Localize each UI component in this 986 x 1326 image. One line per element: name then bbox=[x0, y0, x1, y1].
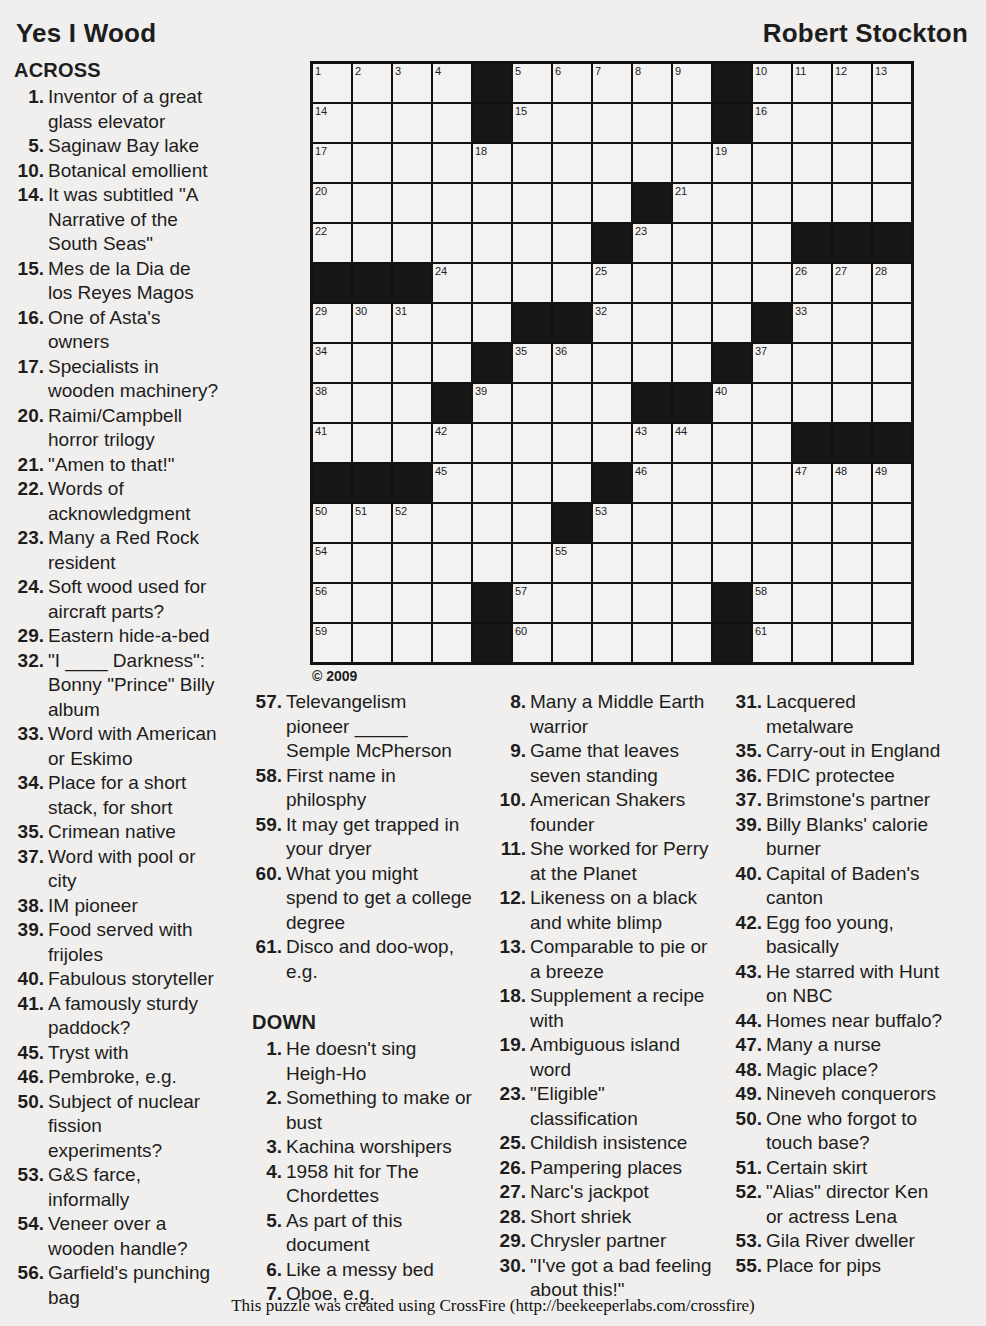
grid-cell[interactable] bbox=[433, 624, 471, 662]
grid-cell[interactable]: 31 bbox=[393, 304, 431, 342]
clue-number: 14. bbox=[14, 183, 48, 208]
grid-cell[interactable]: 23 bbox=[633, 224, 671, 262]
grid-cell[interactable]: 32 bbox=[593, 304, 631, 342]
grid-cell[interactable]: 15 bbox=[513, 104, 551, 142]
grid-cell[interactable] bbox=[553, 464, 591, 502]
grid-cell[interactable]: 24 bbox=[433, 264, 471, 302]
grid-cell[interactable] bbox=[673, 464, 711, 502]
grid-cell[interactable] bbox=[513, 544, 551, 582]
grid-cell[interactable] bbox=[793, 384, 831, 422]
grid-cell[interactable] bbox=[793, 584, 831, 622]
clue-text: A famously sturdy paddock? bbox=[48, 992, 220, 1041]
cell-number: 9 bbox=[675, 65, 681, 77]
grid-cell[interactable] bbox=[433, 504, 471, 542]
grid-cell[interactable] bbox=[553, 264, 591, 302]
clue-number: 61. bbox=[252, 935, 286, 960]
clue-across-60: 60.What you might spend to get a college… bbox=[252, 862, 484, 936]
grid-cell[interactable] bbox=[873, 384, 911, 422]
grid-cell[interactable] bbox=[633, 344, 671, 382]
cell-number: 15 bbox=[515, 105, 527, 117]
clue-across-46: 46.Pembroke, e.g. bbox=[14, 1065, 244, 1090]
grid-cell[interactable]: 22 bbox=[313, 224, 351, 262]
grid-cell[interactable] bbox=[553, 184, 591, 222]
grid-cell[interactable] bbox=[353, 384, 391, 422]
grid-cell[interactable] bbox=[633, 624, 671, 662]
cell-number: 22 bbox=[315, 225, 327, 237]
grid-cell[interactable] bbox=[513, 144, 551, 182]
grid-cell[interactable]: 19 bbox=[713, 144, 751, 182]
clue-text: "Amen to that!" bbox=[48, 453, 220, 478]
grid-cell[interactable] bbox=[753, 384, 791, 422]
cell-number: 56 bbox=[315, 585, 327, 597]
grid-cell[interactable]: 55 bbox=[553, 544, 591, 582]
grid-cell[interactable]: 13 bbox=[873, 64, 911, 102]
clue-text: Words of acknowledgment bbox=[48, 477, 220, 526]
grid-cell[interactable] bbox=[473, 464, 511, 502]
grid-cell[interactable] bbox=[353, 144, 391, 182]
clue-text: Many a nurse bbox=[766, 1033, 944, 1058]
grid-cell[interactable] bbox=[513, 504, 551, 542]
grid-cell[interactable] bbox=[473, 424, 511, 462]
grid-cell[interactable] bbox=[873, 144, 911, 182]
grid-cell[interactable] bbox=[393, 424, 431, 462]
clue-number: 54. bbox=[14, 1212, 48, 1237]
grid-cell[interactable] bbox=[353, 544, 391, 582]
clue-number: 28. bbox=[496, 1205, 530, 1230]
grid-cell[interactable] bbox=[353, 104, 391, 142]
clue-across-29: 29.Eastern hide-a-bed bbox=[14, 624, 244, 649]
grid-cell[interactable]: 51 bbox=[353, 504, 391, 542]
grid-cell[interactable] bbox=[393, 224, 431, 262]
grid-cell[interactable] bbox=[713, 424, 751, 462]
grid-cell[interactable] bbox=[713, 304, 751, 342]
clue-across-38: 38.IM pioneer bbox=[14, 894, 244, 919]
grid-cell[interactable] bbox=[873, 344, 911, 382]
grid-cell[interactable] bbox=[873, 104, 911, 142]
grid-cell[interactable] bbox=[793, 544, 831, 582]
grid-cell[interactable] bbox=[633, 104, 671, 142]
grid-cell[interactable] bbox=[673, 584, 711, 622]
grid-cell[interactable] bbox=[793, 344, 831, 382]
clue-text: Botanical emollient bbox=[48, 159, 220, 184]
grid-cell[interactable]: 14 bbox=[313, 104, 351, 142]
clue-number: 51. bbox=[732, 1156, 766, 1181]
grid-cell[interactable] bbox=[353, 224, 391, 262]
grid-cell[interactable] bbox=[433, 104, 471, 142]
grid-cell[interactable] bbox=[713, 184, 751, 222]
clue-text: Nineveh conquerors bbox=[766, 1082, 944, 1107]
grid-cell[interactable]: 47 bbox=[793, 464, 831, 502]
grid-cell[interactable] bbox=[593, 344, 631, 382]
grid-cell[interactable] bbox=[713, 504, 751, 542]
grid-cell[interactable] bbox=[553, 104, 591, 142]
grid-cell[interactable]: 2 bbox=[353, 64, 391, 102]
grid-cell[interactable] bbox=[393, 584, 431, 622]
grid-cell[interactable] bbox=[673, 544, 711, 582]
cell-number: 27 bbox=[835, 265, 847, 277]
grid-cell[interactable] bbox=[553, 224, 591, 262]
black-cell bbox=[553, 504, 591, 542]
grid-cell[interactable] bbox=[873, 184, 911, 222]
grid-cell[interactable]: 52 bbox=[393, 504, 431, 542]
grid-cell[interactable]: 28 bbox=[873, 264, 911, 302]
clue-number: 39. bbox=[14, 918, 48, 943]
clue-text: What you might spend to get a college de… bbox=[286, 862, 472, 936]
clue-text: She worked for Perry at the Planet bbox=[530, 837, 712, 886]
across-clue-list-tail: 57.Televangelism pioneer _____ Semple Mc… bbox=[252, 690, 484, 984]
grid-cell[interactable] bbox=[393, 544, 431, 582]
grid-cell[interactable] bbox=[793, 504, 831, 542]
grid-cell[interactable] bbox=[553, 624, 591, 662]
clue-down-35: 35.Carry-out in England bbox=[732, 739, 966, 764]
clue-text: Word with American or Eskimo bbox=[48, 722, 220, 771]
grid-cell[interactable] bbox=[353, 424, 391, 462]
clue-number: 4. bbox=[252, 1160, 286, 1185]
clue-number: 10. bbox=[14, 159, 48, 184]
clue-text: One of Asta's owners bbox=[48, 306, 220, 355]
grid-cell[interactable]: 59 bbox=[313, 624, 351, 662]
black-cell bbox=[713, 584, 751, 622]
grid-cell[interactable] bbox=[833, 384, 871, 422]
grid-cell[interactable] bbox=[433, 344, 471, 382]
grid-cell[interactable]: 4 bbox=[433, 64, 471, 102]
grid-cell[interactable] bbox=[433, 584, 471, 622]
clue-text: Place for a short stack, for short bbox=[48, 771, 220, 820]
grid-cell[interactable] bbox=[753, 144, 791, 182]
grid-cell[interactable] bbox=[873, 504, 911, 542]
clue-down-50: 50.One who forgot to touch base? bbox=[732, 1107, 966, 1156]
grid-cell[interactable]: 16 bbox=[753, 104, 791, 142]
grid-cell[interactable]: 26 bbox=[793, 264, 831, 302]
grid-cell[interactable] bbox=[353, 624, 391, 662]
black-cell bbox=[473, 64, 511, 102]
grid-cell[interactable] bbox=[633, 304, 671, 342]
grid-cell[interactable] bbox=[753, 224, 791, 262]
grid-cell[interactable] bbox=[393, 344, 431, 382]
grid-cell[interactable]: 3 bbox=[393, 64, 431, 102]
clue-number: 53. bbox=[14, 1163, 48, 1188]
grid-cell[interactable]: 10 bbox=[753, 64, 791, 102]
across-clue-list: 1.Inventor of a great glass elevator5.Sa… bbox=[14, 85, 244, 1310]
grid-cell[interactable] bbox=[833, 504, 871, 542]
black-cell bbox=[353, 464, 391, 502]
grid-cell[interactable]: 50 bbox=[313, 504, 351, 542]
grid-cell[interactable]: 27 bbox=[833, 264, 871, 302]
clue-text: FDIC protectee bbox=[766, 764, 944, 789]
grid-cell[interactable] bbox=[833, 584, 871, 622]
cell-number: 49 bbox=[875, 465, 887, 477]
clue-text: Televangelism pioneer _____ Semple McPhe… bbox=[286, 690, 472, 764]
cell-number: 18 bbox=[475, 145, 487, 157]
clue-across-58: 58.First name in philosphy bbox=[252, 764, 484, 813]
grid-cell[interactable]: 40 bbox=[713, 384, 751, 422]
grid-cell[interactable]: 38 bbox=[313, 384, 351, 422]
cell-number: 48 bbox=[835, 465, 847, 477]
grid-cell[interactable]: 8 bbox=[633, 64, 671, 102]
grid-cell[interactable] bbox=[473, 304, 511, 342]
grid-cell[interactable] bbox=[593, 104, 631, 142]
clue-number: 1. bbox=[252, 1037, 286, 1062]
clue-number: 6. bbox=[252, 1258, 286, 1283]
grid-cell[interactable] bbox=[433, 304, 471, 342]
grid-cell[interactable]: 45 bbox=[433, 464, 471, 502]
grid-cell[interactable] bbox=[393, 184, 431, 222]
grid-cell[interactable] bbox=[473, 264, 511, 302]
clue-text: Raimi/Campbell horror trilogy bbox=[48, 404, 220, 453]
clue-number: 33. bbox=[14, 722, 48, 747]
grid-cell[interactable]: 61 bbox=[753, 624, 791, 662]
clue-number: 38. bbox=[14, 894, 48, 919]
grid-cell[interactable]: 12 bbox=[833, 64, 871, 102]
clue-down-55: 55.Place for pips bbox=[732, 1254, 966, 1279]
grid-cell[interactable]: 53 bbox=[593, 504, 631, 542]
grid-cell[interactable] bbox=[833, 344, 871, 382]
grid-cell[interactable] bbox=[433, 144, 471, 182]
cell-number: 34 bbox=[315, 345, 327, 357]
down-header: DOWN bbox=[252, 1010, 484, 1034]
grid-cell[interactable]: 34 bbox=[313, 344, 351, 382]
grid-cell[interactable] bbox=[673, 144, 711, 182]
grid-cell[interactable] bbox=[793, 144, 831, 182]
grid-cell[interactable]: 42 bbox=[433, 424, 471, 462]
grid-cell[interactable] bbox=[633, 144, 671, 182]
clue-down-25: 25.Childish insistence bbox=[496, 1131, 734, 1156]
grid-cell[interactable] bbox=[753, 464, 791, 502]
grid-cell[interactable]: 5 bbox=[513, 64, 551, 102]
grid-cell[interactable]: 11 bbox=[793, 64, 831, 102]
cell-number: 60 bbox=[515, 625, 527, 637]
grid-cell[interactable]: 18 bbox=[473, 144, 511, 182]
grid-cell[interactable]: 17 bbox=[313, 144, 351, 182]
grid-cell[interactable]: 41 bbox=[313, 424, 351, 462]
grid-cell[interactable]: 1 bbox=[313, 64, 351, 102]
black-cell bbox=[633, 384, 671, 422]
clue-text: "I ____ Darkness": Bonny "Prince" Billy … bbox=[48, 649, 220, 723]
grid-cell[interactable]: 30 bbox=[353, 304, 391, 342]
grid-cell[interactable] bbox=[353, 344, 391, 382]
clue-text: Fabulous storyteller bbox=[48, 967, 220, 992]
clue-text: Lacquered metalware bbox=[766, 690, 944, 739]
black-cell bbox=[473, 624, 511, 662]
clue-across-54: 54.Veneer over a wooden handle? bbox=[14, 1212, 244, 1261]
grid-cell[interactable] bbox=[553, 384, 591, 422]
grid-cell[interactable] bbox=[833, 544, 871, 582]
grid-cell[interactable]: 39 bbox=[473, 384, 511, 422]
grid-cell[interactable] bbox=[473, 504, 511, 542]
clue-across-59: 59.It may get trapped in your dryer bbox=[252, 813, 484, 862]
grid-cell[interactable] bbox=[753, 504, 791, 542]
cell-number: 46 bbox=[635, 465, 647, 477]
grid-cell[interactable]: 58 bbox=[753, 584, 791, 622]
clue-number: 46. bbox=[14, 1065, 48, 1090]
grid-cell[interactable] bbox=[593, 144, 631, 182]
clue-number: 55. bbox=[732, 1254, 766, 1279]
grid-cell[interactable]: 44 bbox=[673, 424, 711, 462]
clue-down-31: 31.Lacquered metalware bbox=[732, 690, 966, 739]
grid-cell[interactable] bbox=[513, 184, 551, 222]
clue-text: American Shakers founder bbox=[530, 788, 712, 837]
grid-cell[interactable] bbox=[713, 224, 751, 262]
grid-cell[interactable]: 54 bbox=[313, 544, 351, 582]
grid-cell[interactable] bbox=[753, 184, 791, 222]
grid-cell[interactable] bbox=[673, 224, 711, 262]
clue-text: Many a Middle Earth warrior bbox=[530, 690, 712, 739]
grid-cell[interactable] bbox=[593, 184, 631, 222]
cell-number: 54 bbox=[315, 545, 327, 557]
clue-text: It may get trapped in your dryer bbox=[286, 813, 472, 862]
clue-text: Supplement a recipe with bbox=[530, 984, 712, 1033]
grid-cell[interactable] bbox=[873, 624, 911, 662]
grid-cell[interactable] bbox=[393, 624, 431, 662]
grid-cell[interactable]: 48 bbox=[833, 464, 871, 502]
clue-number: 29. bbox=[496, 1229, 530, 1254]
grid-cell[interactable]: 21 bbox=[673, 184, 711, 222]
grid-cell[interactable]: 56 bbox=[313, 584, 351, 622]
grid-cell[interactable] bbox=[713, 464, 751, 502]
grid-cell[interactable] bbox=[673, 344, 711, 382]
cell-number: 37 bbox=[755, 345, 767, 357]
grid-cell[interactable] bbox=[673, 264, 711, 302]
grid-cell[interactable] bbox=[753, 544, 791, 582]
clue-number: 17. bbox=[14, 355, 48, 380]
clue-down-9: 9.Game that leaves seven standing bbox=[496, 739, 734, 788]
grid-cell[interactable] bbox=[473, 224, 511, 262]
clue-text: Carry-out in England bbox=[766, 739, 944, 764]
grid-cell[interactable] bbox=[553, 584, 591, 622]
grid-cell[interactable]: 37 bbox=[753, 344, 791, 382]
grid-cell[interactable] bbox=[513, 424, 551, 462]
grid-cell[interactable]: 7 bbox=[593, 64, 631, 102]
grid-cell[interactable] bbox=[593, 384, 631, 422]
grid-cell[interactable] bbox=[633, 544, 671, 582]
grid-cell[interactable] bbox=[353, 184, 391, 222]
grid-cell[interactable] bbox=[753, 424, 791, 462]
grid-cell[interactable] bbox=[833, 104, 871, 142]
grid-cell[interactable] bbox=[513, 224, 551, 262]
cell-number: 61 bbox=[755, 625, 767, 637]
grid-cell[interactable] bbox=[513, 384, 551, 422]
grid-cell[interactable] bbox=[433, 224, 471, 262]
grid-cell[interactable] bbox=[553, 144, 591, 182]
grid-cell[interactable] bbox=[793, 184, 831, 222]
grid-cell[interactable] bbox=[433, 544, 471, 582]
clue-down-27: 27.Narc's jackpot bbox=[496, 1180, 734, 1205]
clue-number: 59. bbox=[252, 813, 286, 838]
clue-text: "Eligible" classification bbox=[530, 1082, 712, 1131]
clue-number: 40. bbox=[14, 967, 48, 992]
grid-cell[interactable]: 33 bbox=[793, 304, 831, 342]
grid-cell[interactable]: 60 bbox=[513, 624, 551, 662]
grid-cell[interactable] bbox=[473, 544, 511, 582]
grid-cell[interactable] bbox=[633, 264, 671, 302]
grid-cell[interactable]: 20 bbox=[313, 184, 351, 222]
grid-cell[interactable] bbox=[433, 184, 471, 222]
grid-cell[interactable] bbox=[673, 104, 711, 142]
grid-cell[interactable] bbox=[713, 264, 751, 302]
clue-across-17: 17.Specialists in wooden machinery? bbox=[14, 355, 244, 404]
grid-cell[interactable] bbox=[593, 624, 631, 662]
grid-cell[interactable] bbox=[513, 464, 551, 502]
clue-column-3: 8.Many a Middle Earth warrior9.Game that… bbox=[496, 690, 734, 1303]
cell-number: 12 bbox=[835, 65, 847, 77]
grid-cell[interactable] bbox=[833, 304, 871, 342]
clue-text: Homes near buffalo? bbox=[766, 1009, 944, 1034]
grid-cell[interactable]: 57 bbox=[513, 584, 551, 622]
black-cell bbox=[713, 64, 751, 102]
grid-cell[interactable] bbox=[633, 584, 671, 622]
grid-cell[interactable] bbox=[673, 304, 711, 342]
black-cell bbox=[793, 424, 831, 462]
clue-text: Crimean native bbox=[48, 820, 220, 845]
clue-number: 29. bbox=[14, 624, 48, 649]
clue-text: Ambiguous island word bbox=[530, 1033, 712, 1082]
clue-text: He doesn't sing Heigh-Ho bbox=[286, 1037, 472, 1086]
grid-cell[interactable] bbox=[393, 104, 431, 142]
grid-cell[interactable] bbox=[873, 304, 911, 342]
clue-text: Egg foo young, basically bbox=[766, 911, 944, 960]
grid-cell[interactable]: 43 bbox=[633, 424, 671, 462]
grid-cell[interactable] bbox=[473, 184, 511, 222]
grid-cell[interactable] bbox=[873, 584, 911, 622]
clue-text: Gila River dweller bbox=[766, 1229, 944, 1254]
cell-number: 51 bbox=[355, 505, 367, 517]
grid-cell[interactable] bbox=[833, 624, 871, 662]
black-cell bbox=[473, 344, 511, 382]
grid-cell[interactable]: 35 bbox=[513, 344, 551, 382]
grid-cell[interactable]: 49 bbox=[873, 464, 911, 502]
grid-cell[interactable]: 46 bbox=[633, 464, 671, 502]
grid-cell[interactable] bbox=[553, 424, 591, 462]
grid-cell[interactable] bbox=[793, 624, 831, 662]
clue-down-26: 26.Pampering places bbox=[496, 1156, 734, 1181]
grid-cell[interactable] bbox=[673, 504, 711, 542]
grid-cell[interactable] bbox=[833, 144, 871, 182]
grid-cell[interactable] bbox=[593, 584, 631, 622]
grid-cell[interactable] bbox=[713, 544, 751, 582]
grid-cell[interactable] bbox=[633, 504, 671, 542]
black-cell bbox=[593, 464, 631, 502]
clue-across-32: 32."I ____ Darkness": Bonny "Prince" Bil… bbox=[14, 649, 244, 723]
grid-cell[interactable] bbox=[353, 584, 391, 622]
clue-across-33: 33.Word with American or Eskimo bbox=[14, 722, 244, 771]
grid-cell[interactable] bbox=[793, 104, 831, 142]
grid-cell[interactable] bbox=[393, 384, 431, 422]
black-cell bbox=[833, 224, 871, 262]
grid-cell[interactable] bbox=[673, 624, 711, 662]
grid-cell[interactable] bbox=[753, 264, 791, 302]
grid-cell[interactable] bbox=[513, 264, 551, 302]
clue-number: 39. bbox=[732, 813, 766, 838]
grid-cell[interactable] bbox=[593, 544, 631, 582]
grid-cell[interactable]: 29 bbox=[313, 304, 351, 342]
clue-number: 8. bbox=[496, 690, 530, 715]
grid-cell[interactable]: 36 bbox=[553, 344, 591, 382]
grid-cell[interactable] bbox=[873, 544, 911, 582]
grid-cell[interactable] bbox=[393, 144, 431, 182]
clue-down-5: 5.As part of this document bbox=[252, 1209, 484, 1258]
black-cell bbox=[593, 224, 631, 262]
cell-number: 26 bbox=[795, 265, 807, 277]
clue-down-11: 11.She worked for Perry at the Planet bbox=[496, 837, 734, 886]
clue-number: 47. bbox=[732, 1033, 766, 1058]
grid-cell[interactable]: 9 bbox=[673, 64, 711, 102]
clue-text: Comparable to pie or a breeze bbox=[530, 935, 712, 984]
grid-cell[interactable] bbox=[833, 184, 871, 222]
grid-cell[interactable]: 25 bbox=[593, 264, 631, 302]
grid-cell[interactable] bbox=[593, 424, 631, 462]
clue-number: 20. bbox=[14, 404, 48, 429]
grid-cell[interactable]: 6 bbox=[553, 64, 591, 102]
